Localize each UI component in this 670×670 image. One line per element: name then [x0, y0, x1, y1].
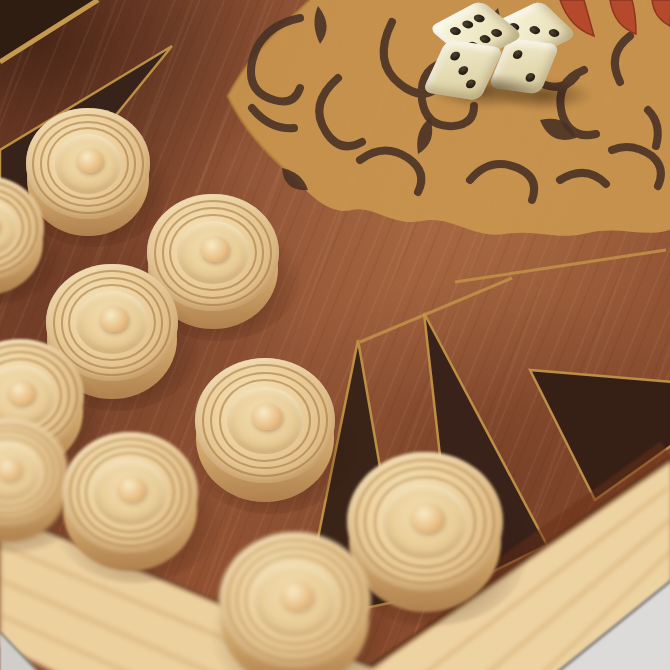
- backgammon-board-photo: [0, 0, 670, 670]
- checker-top: [62, 432, 198, 553]
- checker[interactable]: [26, 108, 150, 227]
- die-pip: [547, 27, 562, 38]
- die-pip: [464, 79, 477, 89]
- checker[interactable]: [62, 432, 198, 563]
- die-pip: [477, 34, 492, 44]
- die-pip: [472, 13, 487, 23]
- checker-top: [195, 358, 335, 483]
- checker-top: [219, 532, 371, 668]
- checker-center-cone: [77, 149, 103, 172]
- die-pip: [527, 25, 542, 36]
- die-pip: [449, 51, 462, 61]
- die-pip: [489, 27, 504, 37]
- checker-center-cone: [281, 582, 313, 610]
- die-pip: [460, 20, 475, 30]
- checker[interactable]: [195, 358, 335, 492]
- checker[interactable]: [0, 176, 44, 287]
- checker-center-cone: [201, 237, 229, 262]
- checker-center-cone: [252, 404, 281, 430]
- die-pip: [512, 50, 524, 60]
- checker-center-cone: [411, 504, 444, 533]
- checker-center-cone: [8, 381, 35, 405]
- checker-top: [26, 108, 150, 219]
- checker[interactable]: [219, 532, 371, 670]
- die-pip: [448, 26, 463, 36]
- die-pip: [457, 65, 470, 75]
- checker-center-cone: [100, 307, 128, 332]
